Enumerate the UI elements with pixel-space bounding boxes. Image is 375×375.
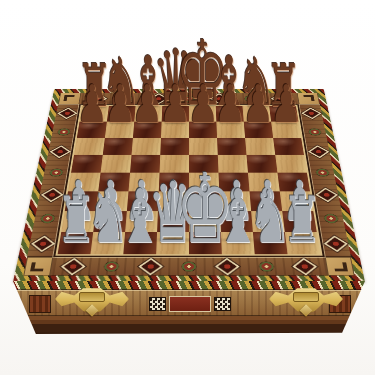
piece-white-rook[interactable]: ♜ <box>281 189 324 253</box>
pieces-layer: ♜♞♝♛♚♝♞♜♟♟♟♟♟♟♟♟♟♟♟♟♟♟♟♟♜♞♝♛♚♝♞♜ <box>0 0 375 375</box>
chess-set-photo: ♜♞♝♛♚♝♞♜♟♟♟♟♟♟♟♟♟♟♟♟♟♟♟♟♜♞♝♛♚♝♞♜ <box>0 0 375 375</box>
piece-black-pawn[interactable]: ♟ <box>268 78 304 130</box>
